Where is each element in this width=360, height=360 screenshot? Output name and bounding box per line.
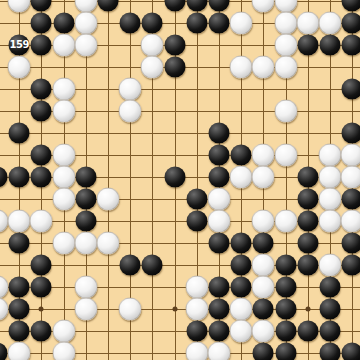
white-stone — [274, 12, 297, 35]
black-stone — [31, 255, 52, 276]
white-stone — [230, 166, 253, 189]
black-stone — [297, 233, 318, 254]
black-stone — [342, 13, 360, 34]
white-stone — [230, 56, 253, 79]
white-stone — [252, 320, 275, 343]
black-stone — [142, 255, 163, 276]
black-stone — [53, 13, 74, 34]
black-stone — [342, 123, 360, 144]
black-stone — [9, 167, 30, 188]
white-stone — [274, 210, 297, 233]
hoshi-star-point — [39, 307, 44, 312]
black-stone — [275, 321, 296, 342]
white-stone — [319, 210, 342, 233]
white-stone — [296, 12, 319, 35]
black-stone — [231, 233, 252, 254]
black-stone — [209, 277, 230, 298]
white-stone — [141, 34, 164, 57]
white-stone — [74, 276, 97, 299]
white-stone — [74, 34, 97, 57]
board-grid-line-vertical — [108, 0, 109, 360]
white-stone — [252, 144, 275, 167]
black-stone — [0, 343, 8, 360]
white-stone — [274, 56, 297, 79]
white-stone — [319, 12, 342, 35]
black-stone — [98, 0, 119, 12]
black-stone — [75, 167, 96, 188]
black-stone — [9, 299, 30, 320]
black-stone — [31, 0, 52, 12]
black-stone — [120, 13, 141, 34]
white-stone — [230, 298, 253, 321]
white-stone — [319, 166, 342, 189]
black-stone — [209, 0, 230, 12]
black-stone — [297, 211, 318, 232]
white-stone — [8, 56, 31, 79]
black-stone — [275, 277, 296, 298]
black-stone — [342, 0, 360, 12]
white-stone — [0, 298, 9, 321]
black-stone — [75, 211, 96, 232]
white-stone — [119, 78, 142, 101]
black-stone — [275, 255, 296, 276]
white-stone — [319, 144, 342, 167]
black-stone — [320, 277, 341, 298]
board-grid-line-horizontal — [0, 133, 360, 134]
black-stone — [186, 189, 207, 210]
black-stone — [31, 35, 52, 56]
black-stone — [31, 277, 52, 298]
black-stone — [231, 255, 252, 276]
white-stone — [52, 320, 75, 343]
white-stone — [252, 0, 275, 13]
white-stone — [274, 100, 297, 123]
black-stone — [209, 233, 230, 254]
black-stone — [31, 13, 52, 34]
white-stone — [230, 320, 253, 343]
black-stone — [164, 57, 185, 78]
black-stone — [297, 321, 318, 342]
black-stone — [253, 299, 274, 320]
black-stone — [164, 167, 185, 188]
white-stone — [252, 166, 275, 189]
black-stone — [9, 233, 30, 254]
white-stone — [208, 342, 231, 360]
white-stone — [52, 78, 75, 101]
board-grid-line-horizontal — [0, 287, 360, 288]
white-stone — [341, 210, 360, 233]
black-stone — [253, 233, 274, 254]
white-stone — [97, 232, 120, 255]
black-stone — [9, 321, 30, 342]
black-stone — [31, 79, 52, 100]
black-stone — [75, 189, 96, 210]
white-stone — [185, 276, 208, 299]
white-stone — [252, 254, 275, 277]
white-stone — [319, 254, 342, 277]
black-stone — [31, 167, 52, 188]
black-stone — [342, 35, 360, 56]
white-stone — [230, 12, 253, 35]
black-stone — [275, 343, 296, 360]
black-stone — [320, 299, 341, 320]
black-stone — [297, 255, 318, 276]
black-stone — [231, 145, 252, 166]
hoshi-star-point — [305, 307, 310, 312]
white-stone — [252, 56, 275, 79]
black-stone — [209, 123, 230, 144]
white-stone — [52, 34, 75, 57]
black-stone — [31, 145, 52, 166]
black-stone — [31, 101, 52, 122]
white-stone — [52, 232, 75, 255]
white-stone — [274, 144, 297, 167]
black-stone — [231, 277, 252, 298]
black-stone — [186, 211, 207, 232]
black-stone — [209, 167, 230, 188]
white-stone — [0, 276, 9, 299]
black-stone — [297, 167, 318, 188]
black-stone — [0, 167, 8, 188]
black-stone — [297, 189, 318, 210]
white-stone — [52, 144, 75, 167]
white-stone — [30, 210, 53, 233]
white-stone — [208, 188, 231, 211]
black-stone — [186, 0, 207, 12]
white-stone — [119, 100, 142, 123]
black-stone — [186, 321, 207, 342]
black-stone — [297, 35, 318, 56]
white-stone — [74, 298, 97, 321]
white-stone — [74, 232, 97, 255]
black-stone — [320, 321, 341, 342]
white-stone — [52, 166, 75, 189]
white-stone — [119, 298, 142, 321]
black-stone — [209, 13, 230, 34]
white-stone — [8, 342, 31, 360]
black-stone — [9, 35, 30, 56]
black-stone — [120, 255, 141, 276]
white-stone — [185, 342, 208, 360]
white-stone — [97, 188, 120, 211]
black-stone — [9, 123, 30, 144]
black-stone — [342, 343, 360, 360]
black-stone — [342, 189, 360, 210]
white-stone — [319, 188, 342, 211]
white-stone — [8, 0, 31, 13]
black-stone — [275, 299, 296, 320]
white-stone — [74, 12, 97, 35]
white-stone — [141, 56, 164, 79]
white-stone — [274, 34, 297, 57]
white-stone — [52, 100, 75, 123]
black-stone — [320, 35, 341, 56]
black-stone — [209, 321, 230, 342]
black-stone — [342, 255, 360, 276]
black-stone — [253, 343, 274, 360]
black-stone — [164, 0, 185, 12]
black-stone — [9, 277, 30, 298]
white-stone — [252, 210, 275, 233]
black-stone — [209, 299, 230, 320]
white-stone — [52, 188, 75, 211]
go-board[interactable]: 159 — [0, 0, 360, 360]
white-stone — [8, 210, 31, 233]
white-stone — [341, 166, 360, 189]
white-stone — [341, 144, 360, 167]
black-stone — [186, 13, 207, 34]
white-stone — [208, 210, 231, 233]
black-stone — [142, 13, 163, 34]
black-stone — [342, 233, 360, 254]
black-stone — [209, 145, 230, 166]
black-stone — [164, 35, 185, 56]
white-stone — [185, 298, 208, 321]
black-stone — [320, 343, 341, 360]
white-stone — [252, 276, 275, 299]
hoshi-star-point — [172, 307, 177, 312]
black-stone — [31, 321, 52, 342]
white-stone — [52, 342, 75, 360]
black-stone — [342, 79, 360, 100]
